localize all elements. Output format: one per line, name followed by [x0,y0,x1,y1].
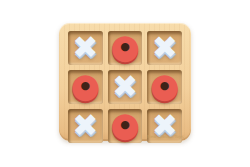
tic-tac-toe-board: ✖●●✖●●✖●●✖●●✖ New Classic Toys [59,23,191,141]
cell-r2c1[interactable]: ●● [68,70,103,104]
product-photo: ✖●●✖●●✖●●✖●●✖ New Classic Toys [0,0,250,167]
o-piece[interactable]: ●● [148,70,182,104]
cell-r1c2[interactable]: ●● [108,31,143,65]
x-piece[interactable]: ✖ [152,32,178,63]
o-hole: ● [160,80,170,91]
cell-r1c3[interactable]: ✖ [147,31,182,65]
cell-r1c1[interactable]: ✖ [68,31,103,65]
cell-r2c2[interactable]: ✖ [108,70,143,104]
o-hole: ● [120,41,130,52]
o-hole: ● [81,80,91,91]
brand-text: New Classic Toys [147,134,184,139]
x-piece[interactable]: ✖ [72,32,98,63]
x-piece[interactable]: ✖ [112,71,138,102]
o-piece[interactable]: ●● [108,31,142,65]
o-piece[interactable]: ●● [68,70,102,104]
cell-r3c2[interactable]: ●● [108,109,143,143]
o-hole: ● [120,119,130,130]
board-grid: ✖●●✖●●✖●●✖●●✖ [68,31,182,131]
cell-r2c3[interactable]: ●● [147,70,182,104]
x-piece[interactable]: ✖ [72,110,98,141]
cell-r3c1[interactable]: ✖ [68,109,103,143]
o-piece[interactable]: ●● [108,109,142,143]
